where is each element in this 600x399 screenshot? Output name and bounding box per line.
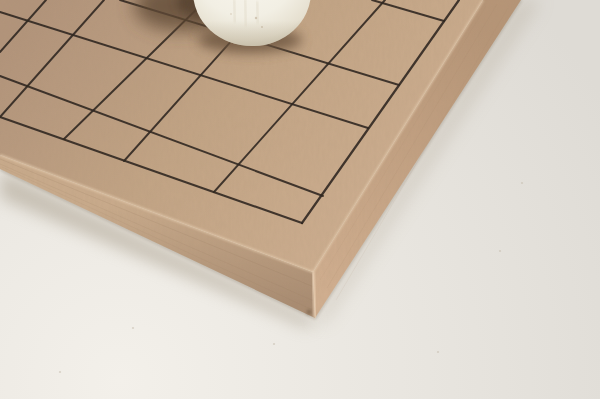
photo-stage xyxy=(0,0,600,399)
stone-speck xyxy=(261,26,263,28)
stone-clamshell-streak xyxy=(245,0,246,26)
dust-speck xyxy=(499,250,501,252)
dust-speck xyxy=(59,371,61,373)
stone-speck xyxy=(230,13,232,15)
stone-clamshell-streak xyxy=(257,2,258,23)
dust-speck xyxy=(273,343,275,345)
board-photo xyxy=(0,0,600,399)
dust-speck xyxy=(132,327,134,329)
dust-speck xyxy=(521,182,523,184)
dust-speck xyxy=(437,351,439,353)
stone-speck xyxy=(255,17,257,19)
stone-clamshell-streak xyxy=(234,0,235,22)
